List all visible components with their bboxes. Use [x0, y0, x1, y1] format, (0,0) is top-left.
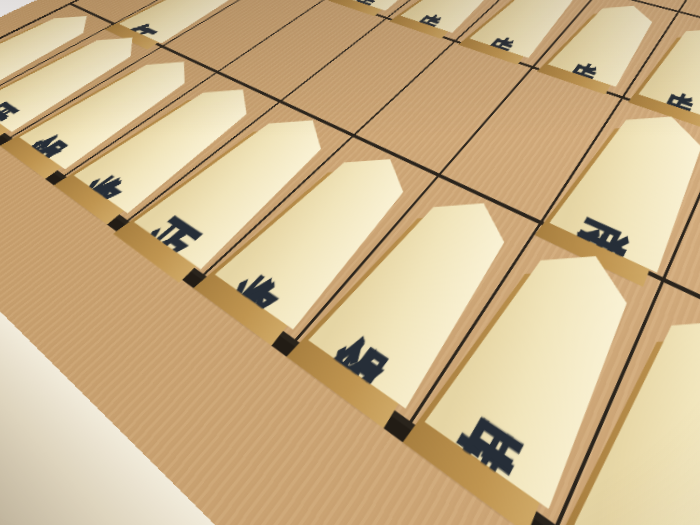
camera-roll-wrapper: 香車桂馬銀将金将玉将金将銀将桂馬香車飛車角行歩兵歩兵歩兵歩兵歩兵歩兵歩兵歩兵歩兵…	[0, 0, 700, 525]
piece-kanji: 香車	[9, 42, 37, 57]
piece-kanji: 角行	[182, 0, 211, 7]
piece-kanji: 金将	[305, 207, 351, 238]
perspective-scene: 香車桂馬銀将金将玉将金将銀将桂馬香車飛車角行歩兵歩兵歩兵歩兵歩兵歩兵歩兵歩兵歩兵…	[0, 0, 700, 525]
piece-kanji: 歩兵	[593, 31, 626, 45]
piece-kanji: 銀将	[102, 94, 135, 114]
piece-kanji: 歩兵	[682, 57, 700, 73]
piece-kanji: 飛車	[613, 161, 667, 190]
piece-kanji: 桂馬	[52, 66, 82, 83]
piece-kanji: 金将	[159, 126, 196, 149]
shogi-board: 香車桂馬銀将金将玉将金将銀将桂馬香車飛車角行歩兵歩兵歩兵歩兵歩兵歩兵歩兵歩兵歩兵…	[0, 0, 700, 525]
shogi-photo: 香車桂馬銀将金将玉将金将銀将桂馬香車飛車角行歩兵歩兵歩兵歩兵歩兵歩兵歩兵歩兵歩兵…	[0, 0, 700, 525]
piece-kanji: 桂馬	[516, 324, 578, 371]
piece-kanji: 香車	[661, 403, 700, 462]
piece-kanji: 歩兵	[515, 9, 545, 22]
piece-kanji: 王将	[225, 163, 269, 191]
piece-kanji: 銀将	[400, 260, 453, 298]
